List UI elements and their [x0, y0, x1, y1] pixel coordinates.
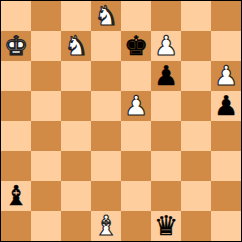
white-bishop-piece[interactable]: ♝	[94, 212, 118, 239]
square-e4[interactable]	[121, 121, 151, 151]
white-king-piece[interactable]: ♚	[4, 32, 28, 59]
white-knight-piece[interactable]: ♞	[64, 32, 88, 59]
square-b7[interactable]	[31, 31, 61, 61]
square-d2[interactable]	[91, 181, 121, 211]
square-f6[interactable]: ♟	[151, 61, 181, 91]
square-b2[interactable]	[31, 181, 61, 211]
black-pawn-piece[interactable]: ♟	[214, 92, 238, 119]
square-f8[interactable]	[151, 1, 181, 31]
white-pawn-piece[interactable]: ♟	[214, 62, 238, 89]
square-e7[interactable]: ♚	[121, 31, 151, 61]
square-f7[interactable]: ♟	[151, 31, 181, 61]
chess-board: ♞♚♞♚♟♟♟♟♟♝♝♛	[0, 0, 242, 242]
square-g5[interactable]	[181, 91, 211, 121]
square-e1[interactable]	[121, 211, 151, 241]
square-h5[interactable]: ♟	[211, 91, 241, 121]
square-h1[interactable]	[211, 211, 241, 241]
square-f3[interactable]	[151, 151, 181, 181]
square-c3[interactable]	[61, 151, 91, 181]
square-f5[interactable]	[151, 91, 181, 121]
square-d6[interactable]	[91, 61, 121, 91]
white-knight-piece[interactable]: ♞	[94, 2, 118, 29]
black-queen-piece[interactable]: ♛	[154, 212, 178, 239]
square-h7[interactable]	[211, 31, 241, 61]
square-h8[interactable]	[211, 1, 241, 31]
square-a5[interactable]	[1, 91, 31, 121]
square-e6[interactable]	[121, 61, 151, 91]
square-b1[interactable]	[31, 211, 61, 241]
square-g4[interactable]	[181, 121, 211, 151]
square-d3[interactable]	[91, 151, 121, 181]
square-h3[interactable]	[211, 151, 241, 181]
square-f2[interactable]	[151, 181, 181, 211]
square-d4[interactable]	[91, 121, 121, 151]
square-h2[interactable]	[211, 181, 241, 211]
square-g2[interactable]	[181, 181, 211, 211]
square-c2[interactable]	[61, 181, 91, 211]
square-a3[interactable]	[1, 151, 31, 181]
square-b6[interactable]	[31, 61, 61, 91]
square-f1[interactable]: ♛	[151, 211, 181, 241]
square-g3[interactable]	[181, 151, 211, 181]
square-b4[interactable]	[31, 121, 61, 151]
square-g8[interactable]	[181, 1, 211, 31]
square-c5[interactable]	[61, 91, 91, 121]
square-b5[interactable]	[31, 91, 61, 121]
square-e8[interactable]	[121, 1, 151, 31]
square-g1[interactable]	[181, 211, 211, 241]
square-e3[interactable]	[121, 151, 151, 181]
square-h4[interactable]	[211, 121, 241, 151]
square-c1[interactable]	[61, 211, 91, 241]
square-d5[interactable]	[91, 91, 121, 121]
square-a2[interactable]: ♝	[1, 181, 31, 211]
square-c8[interactable]	[61, 1, 91, 31]
square-b8[interactable]	[31, 1, 61, 31]
white-pawn-piece[interactable]: ♟	[154, 32, 178, 59]
square-a1[interactable]	[1, 211, 31, 241]
square-d7[interactable]	[91, 31, 121, 61]
square-d1[interactable]: ♝	[91, 211, 121, 241]
square-g6[interactable]	[181, 61, 211, 91]
square-d8[interactable]: ♞	[91, 1, 121, 31]
white-pawn-piece[interactable]: ♟	[124, 92, 148, 119]
square-g7[interactable]	[181, 31, 211, 61]
square-c4[interactable]	[61, 121, 91, 151]
square-c7[interactable]: ♞	[61, 31, 91, 61]
square-c6[interactable]	[61, 61, 91, 91]
black-pawn-piece[interactable]: ♟	[154, 62, 178, 89]
square-a4[interactable]	[1, 121, 31, 151]
square-e2[interactable]	[121, 181, 151, 211]
square-a7[interactable]: ♚	[1, 31, 31, 61]
square-e5[interactable]: ♟	[121, 91, 151, 121]
black-king-piece[interactable]: ♚	[124, 32, 148, 59]
square-a8[interactable]	[1, 1, 31, 31]
black-bishop-piece[interactable]: ♝	[4, 182, 28, 209]
square-f4[interactable]	[151, 121, 181, 151]
square-h6[interactable]: ♟	[211, 61, 241, 91]
square-b3[interactable]	[31, 151, 61, 181]
square-a6[interactable]	[1, 61, 31, 91]
